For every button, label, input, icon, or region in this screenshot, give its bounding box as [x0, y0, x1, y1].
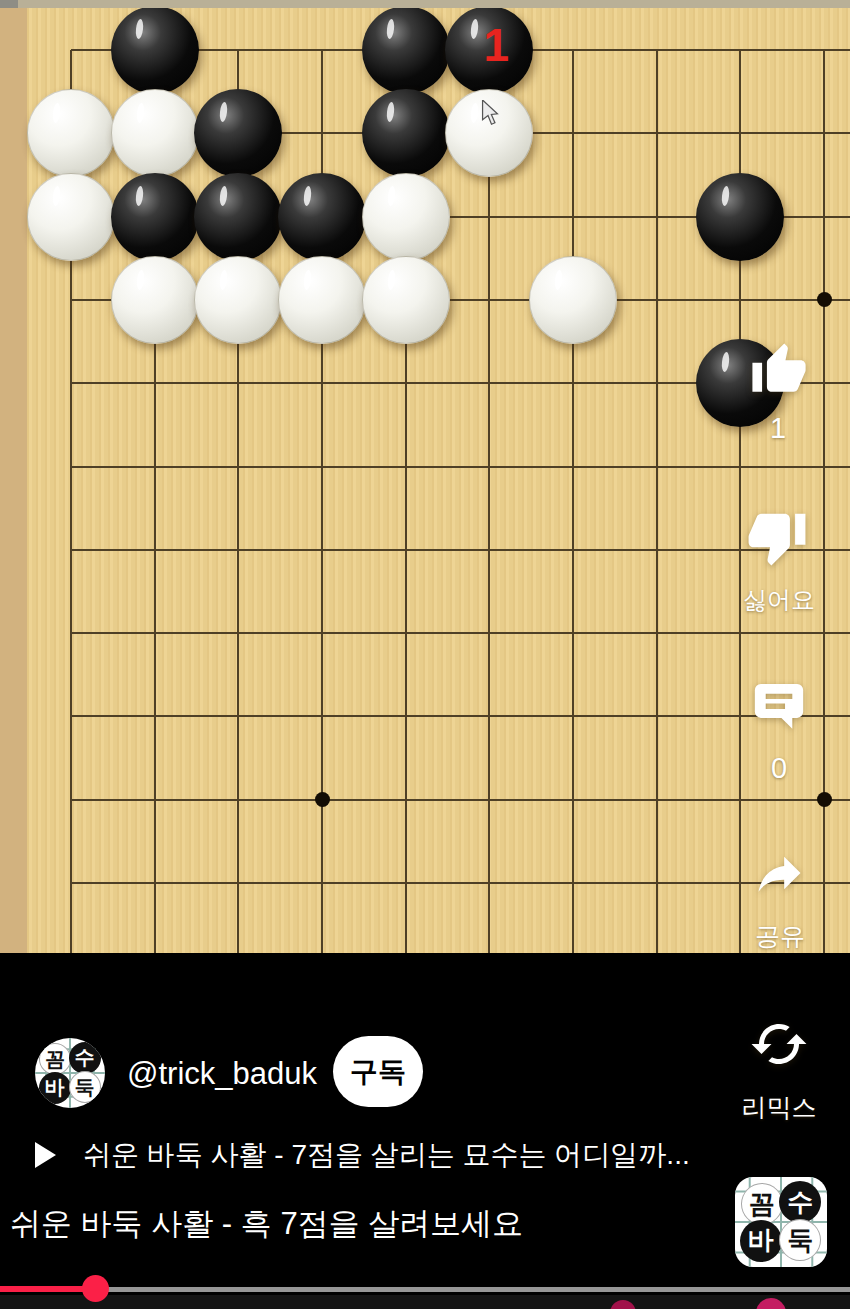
grid-line-horizontal	[71, 632, 850, 634]
bottom-edge-strip	[0, 1295, 850, 1309]
logo-char-3: 바	[39, 1072, 71, 1104]
grid-line-horizontal	[71, 799, 850, 801]
partial-red-dot	[756, 1298, 786, 1309]
like-icon	[748, 341, 810, 399]
black-stone	[278, 173, 366, 261]
logo-char-4: 둑	[69, 1071, 101, 1103]
white-stone	[194, 256, 282, 344]
dislike-label: 싫어요	[729, 584, 829, 616]
black-stone	[696, 173, 784, 261]
comments-button[interactable]	[750, 678, 808, 736]
share-label: 공유	[736, 920, 824, 953]
youtube-shorts-screen: 1 1 싫어요 0 공유	[0, 0, 850, 1309]
remix-icon	[746, 1014, 812, 1074]
play-icon	[35, 1142, 56, 1168]
star-point	[315, 792, 330, 807]
white-stone	[278, 256, 366, 344]
white-stone	[111, 89, 199, 177]
white-stone	[362, 173, 450, 261]
logo-char-3: 바	[740, 1220, 782, 1262]
logo-char-2: 수	[69, 1042, 101, 1074]
video-top-edge	[0, 0, 850, 8]
grid-line-vertical	[572, 50, 574, 953]
white-stone	[529, 256, 617, 344]
grid-line-horizontal	[71, 549, 850, 551]
board-left-margin	[0, 0, 27, 953]
share-icon	[750, 845, 809, 901]
comment-icon	[750, 678, 808, 736]
grid-line-horizontal	[71, 715, 850, 717]
black-stone	[362, 6, 450, 94]
white-stone	[27, 173, 115, 261]
black-stone	[111, 173, 199, 261]
black-stone	[194, 89, 282, 177]
logo-char-1: 꼼	[741, 1183, 783, 1225]
progress-bar-remaining[interactable]	[108, 1287, 850, 1292]
star-point	[817, 792, 832, 807]
grid-line-vertical	[488, 50, 490, 953]
white-stone	[362, 256, 450, 344]
logo-char-4: 둑	[779, 1219, 821, 1261]
remix-button[interactable]	[746, 1014, 812, 1074]
dislike-icon	[746, 506, 808, 568]
star-point	[817, 292, 832, 307]
white-stone	[27, 89, 115, 177]
grid-line-horizontal	[71, 882, 850, 884]
channel-avatar[interactable]: 꼼수바둑	[35, 1038, 105, 1108]
channel-logo[interactable]: 꼼수바둑	[735, 1177, 827, 1267]
black-stone	[111, 6, 199, 94]
video-description[interactable]: 쉬운 바둑 사활 - 흑 7점을 살려보세요	[10, 1203, 710, 1245]
remix-label: 리믹스	[730, 1091, 828, 1124]
grid-line-vertical	[823, 50, 825, 953]
video-title: 쉬운 바둑 사활 - 7점을 살리는 묘수는 어디일까...	[83, 1136, 690, 1174]
video-player[interactable]: 1	[0, 0, 850, 953]
move-number-label: 1	[452, 1, 540, 89]
dislike-button[interactable]	[746, 506, 808, 568]
grid-line-vertical	[656, 50, 658, 953]
partial-red-dot	[610, 1300, 636, 1309]
black-stone	[194, 173, 282, 261]
white-stone	[111, 256, 199, 344]
grid-line-horizontal	[71, 466, 850, 468]
progress-scrubber[interactable]	[82, 1275, 109, 1302]
comment-count: 0	[749, 752, 809, 785]
channel-handle[interactable]: @trick_baduk	[127, 1056, 317, 1092]
like-count: 1	[747, 412, 809, 445]
share-button[interactable]	[750, 845, 809, 901]
video-title-row[interactable]: 쉬운 바둑 사활 - 7점을 살리는 묘수는 어디일까...	[35, 1136, 735, 1174]
mouse-cursor-icon	[481, 100, 499, 126]
like-button[interactable]	[748, 341, 810, 399]
progress-bar-played[interactable]	[0, 1286, 95, 1292]
black-stone	[362, 89, 450, 177]
black-stone: 1	[445, 6, 533, 94]
subscribe-button[interactable]: 구독	[333, 1036, 423, 1107]
